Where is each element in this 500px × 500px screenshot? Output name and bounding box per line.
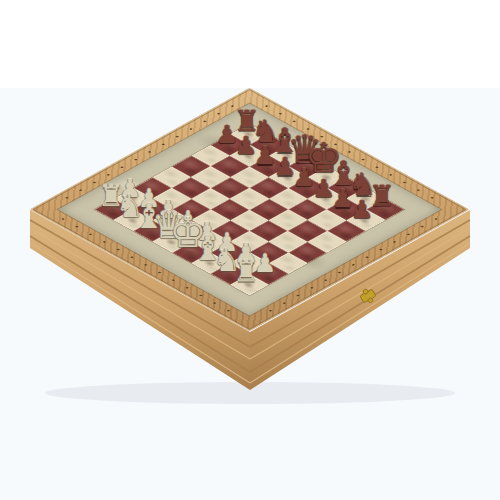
piece-shadow — [179, 225, 201, 237]
piece-shadow — [238, 129, 260, 141]
piece-shadow — [160, 214, 182, 226]
piece-shadow — [218, 247, 240, 259]
piece-shadow — [141, 204, 163, 216]
piece-shadow — [102, 204, 124, 216]
piece-shadow — [141, 225, 163, 237]
piece-shadow — [238, 279, 260, 291]
piece-shadow — [121, 193, 143, 205]
photo-background: ♜♞♝♛♚♝♞♜♟♟♟♟♟♟♟♟♟♟♟♟♟♟♟♟♜♞♝♛♚♝♞♜ — [0, 0, 500, 500]
piece-shadow — [238, 257, 260, 269]
piece-shadow — [315, 171, 337, 183]
piece-shadow — [276, 150, 298, 162]
piece-shadow — [296, 182, 318, 194]
piece-shadow — [315, 193, 337, 205]
piece-shadow — [257, 268, 279, 280]
piece-shadow — [199, 236, 221, 248]
piece-shadow — [199, 257, 221, 269]
piece-shadow — [160, 236, 182, 248]
piece-shadow — [373, 204, 395, 216]
piece-shadow — [276, 171, 298, 183]
piece-shadow — [257, 139, 279, 151]
piece-shadow — [218, 139, 240, 151]
piece-shadow — [334, 182, 356, 194]
piece-shadow — [296, 161, 318, 173]
piece-shadow — [354, 193, 376, 205]
piece-shadow — [121, 214, 143, 226]
piece-shadow — [218, 268, 240, 280]
piece-shadow — [334, 204, 356, 216]
piece-shadow — [354, 214, 376, 226]
piece-shadow — [179, 247, 201, 259]
piece-shadow — [257, 161, 279, 173]
piece-shadow — [238, 150, 260, 162]
